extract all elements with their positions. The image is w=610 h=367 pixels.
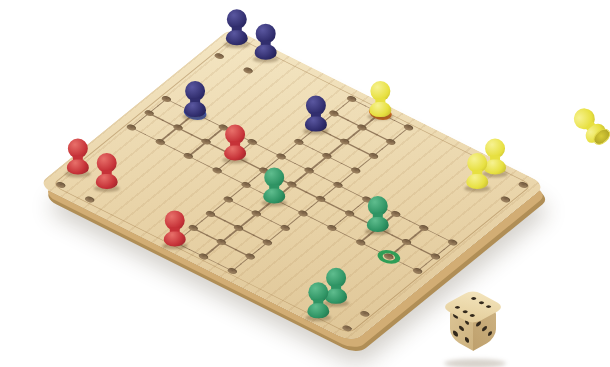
home-hole — [341, 325, 354, 333]
home-hole — [517, 181, 530, 189]
die-pip — [478, 301, 485, 305]
die[interactable] — [436, 290, 520, 364]
peg-skirt — [96, 174, 118, 189]
peg-skirt — [164, 231, 186, 246]
peg-red[interactable] — [163, 210, 187, 246]
die-pip — [465, 337, 470, 344]
home-hole — [83, 195, 96, 203]
fallen-peg-yellow[interactable] — [567, 103, 610, 152]
peg-blue[interactable] — [304, 96, 328, 132]
peg-blue[interactable] — [254, 24, 278, 60]
die-pip — [470, 296, 477, 300]
home-hole — [242, 66, 255, 74]
die-pip — [461, 310, 468, 314]
peg-green[interactable] — [306, 282, 330, 318]
peg-blue[interactable] — [225, 10, 249, 46]
peg-skirt — [67, 160, 89, 175]
die-pip — [482, 325, 487, 332]
peg-red[interactable] — [66, 139, 90, 175]
peg-blue[interactable] — [183, 81, 207, 117]
peg-skirt — [369, 102, 391, 117]
peg-skirt — [367, 217, 389, 232]
peg-green[interactable] — [366, 196, 390, 232]
peg-red[interactable] — [223, 124, 247, 160]
scene — [0, 0, 610, 367]
home-hole — [499, 195, 512, 203]
peg-skirt — [466, 174, 488, 189]
die-pip — [488, 330, 493, 337]
die-pip — [469, 314, 476, 318]
peg-skirt — [307, 303, 329, 318]
peg-skirt — [305, 117, 327, 132]
peg-skirt — [255, 45, 277, 60]
peg-skirt — [263, 188, 285, 203]
peg-skirt — [184, 102, 206, 117]
home-hole — [54, 181, 67, 189]
die-pip — [485, 305, 492, 309]
die-pip — [459, 324, 464, 331]
home-hole — [213, 52, 226, 60]
peg-skirt — [226, 31, 248, 46]
peg-yellow[interactable] — [465, 153, 489, 189]
peg-skirt — [224, 145, 246, 160]
peg-green[interactable] — [262, 167, 286, 203]
die-pip — [454, 305, 461, 309]
home-hole — [358, 310, 371, 318]
peg-yellow[interactable] — [368, 81, 392, 117]
peg-red[interactable] — [95, 153, 119, 189]
die-pip — [453, 330, 458, 337]
